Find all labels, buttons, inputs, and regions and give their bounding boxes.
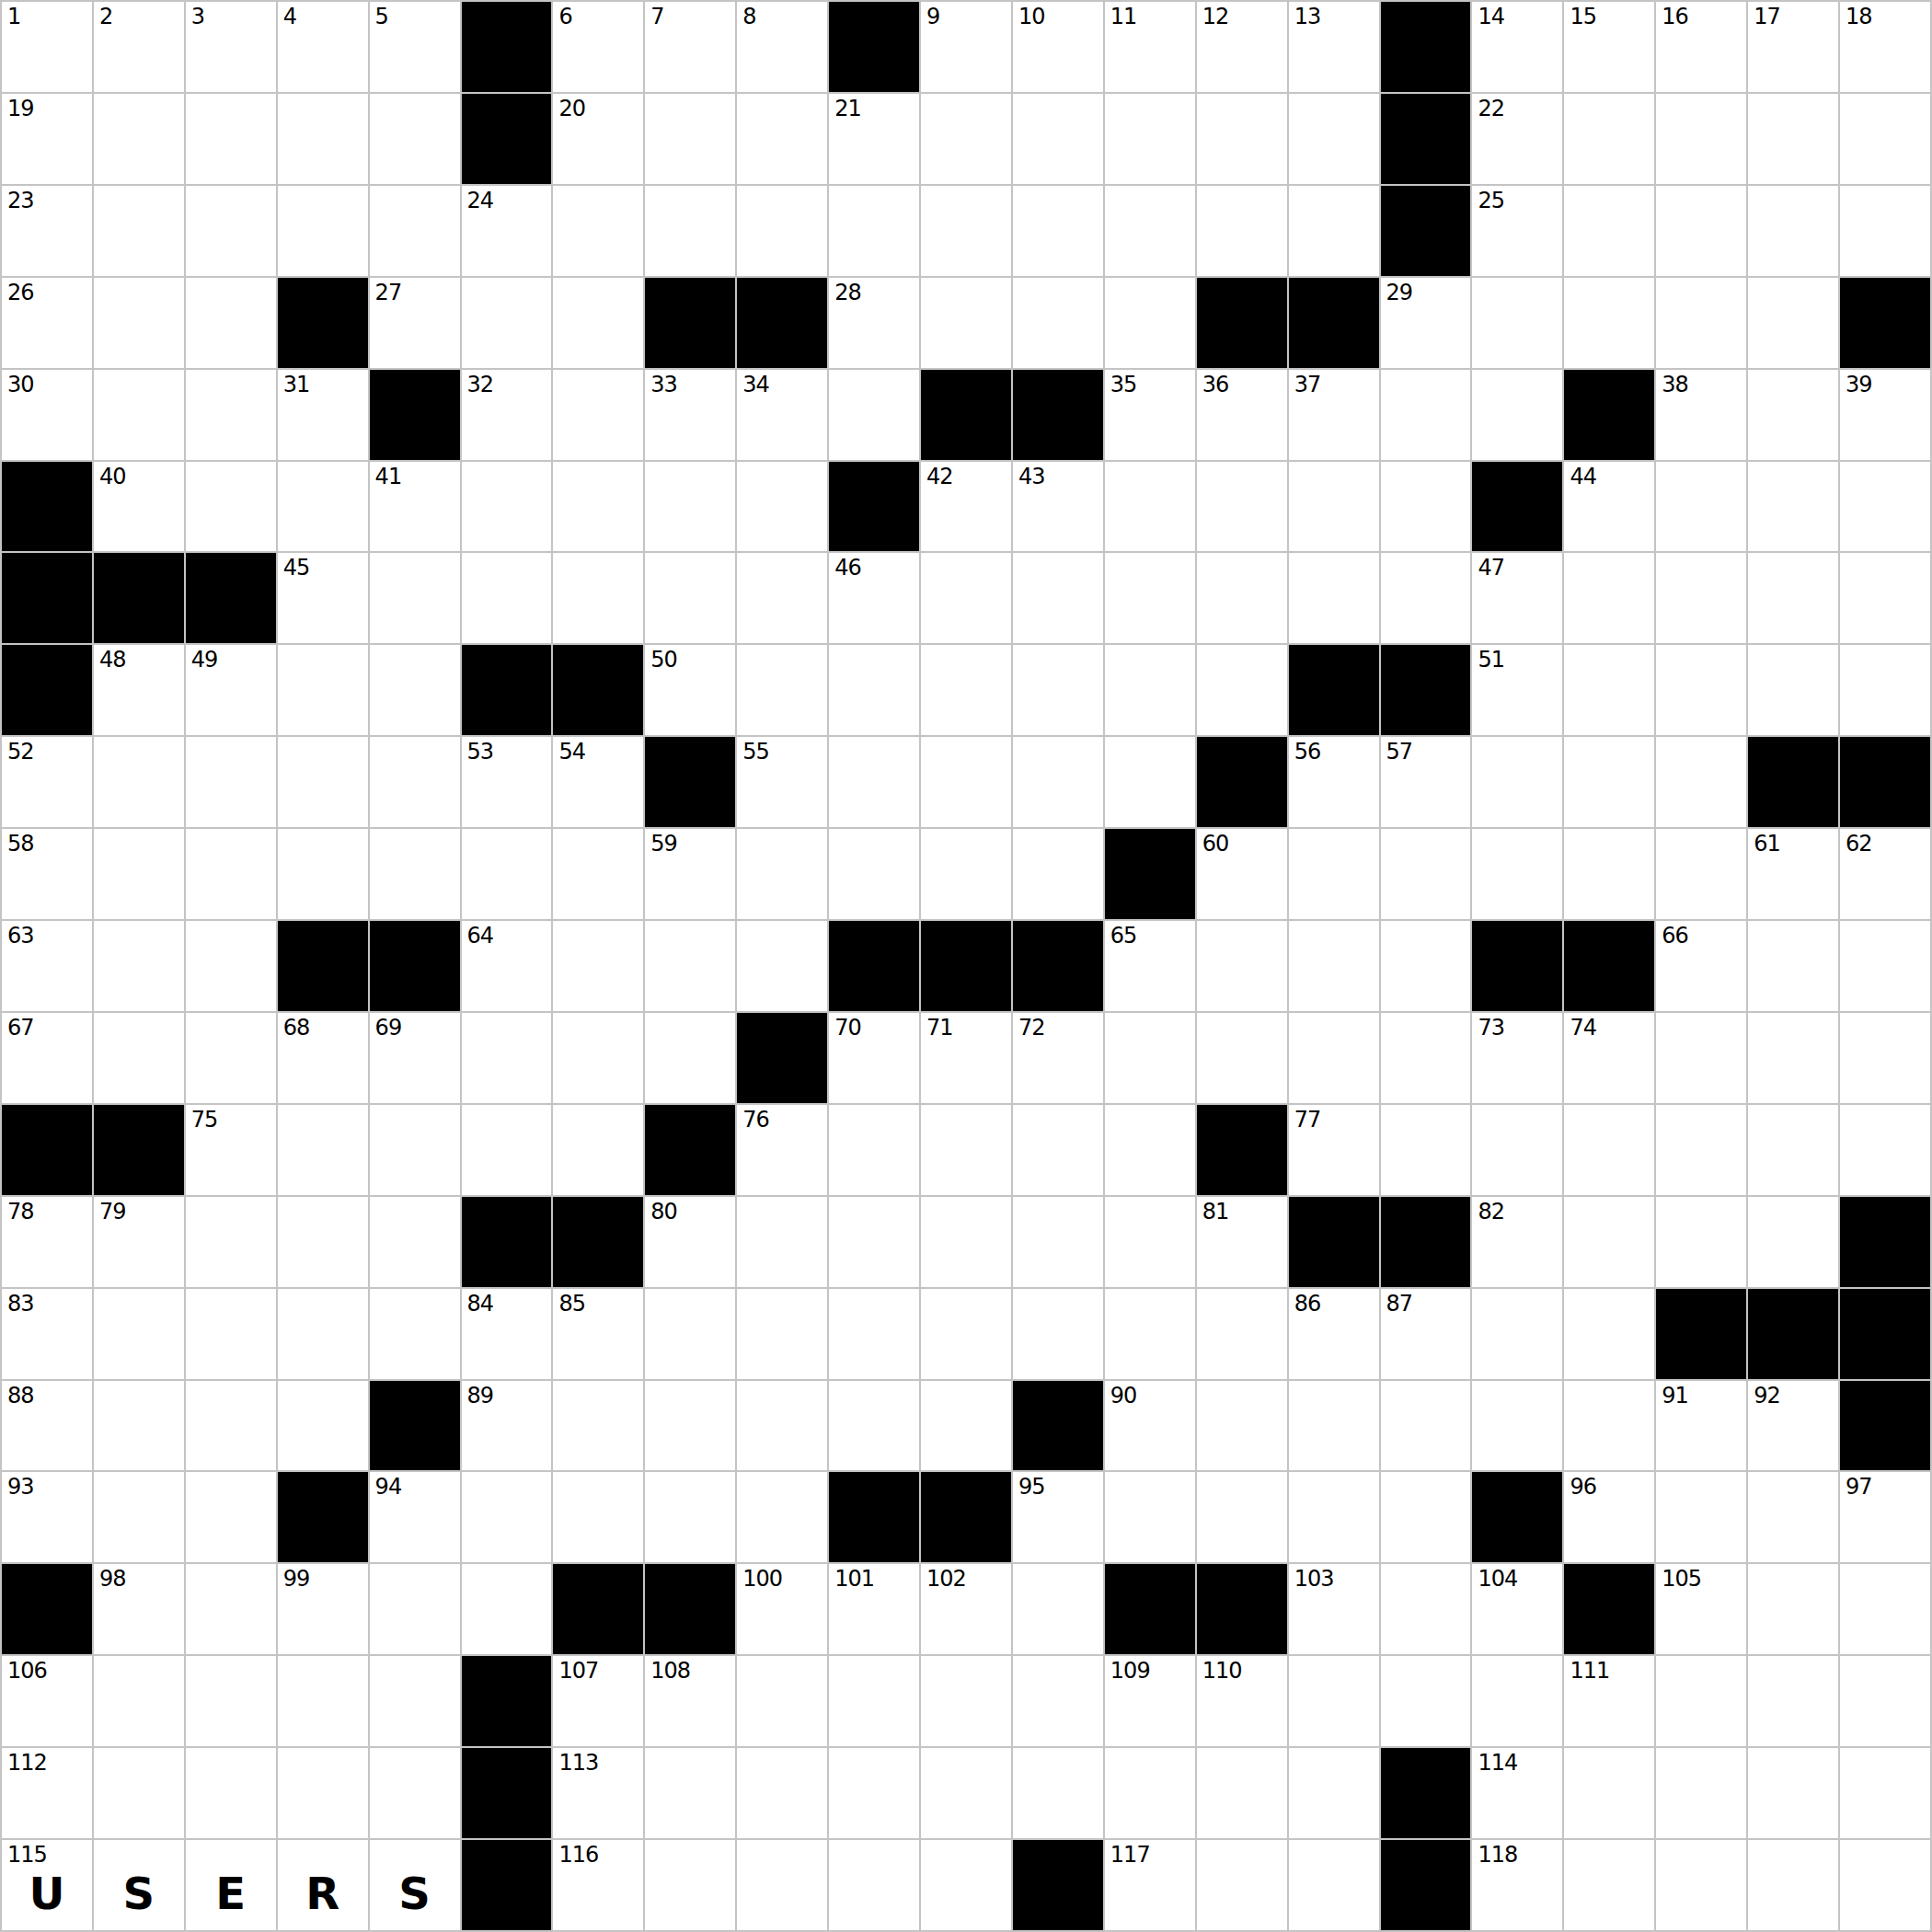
- white-cell[interactable]: E: [186, 1840, 276, 1930]
- white-cell[interactable]: 104: [1472, 1564, 1562, 1654]
- white-cell[interactable]: [1656, 1840, 1746, 1930]
- white-cell[interactable]: 2: [94, 2, 184, 92]
- white-cell[interactable]: [1656, 737, 1746, 827]
- white-cell[interactable]: 90: [1105, 1381, 1195, 1471]
- white-cell[interactable]: 14: [1472, 2, 1562, 92]
- white-cell[interactable]: [829, 1197, 919, 1287]
- white-cell[interactable]: 57: [1381, 737, 1471, 827]
- white-cell[interactable]: 49: [186, 645, 276, 735]
- white-cell[interactable]: [186, 1013, 276, 1103]
- white-cell[interactable]: 72: [1013, 1013, 1103, 1103]
- white-cell[interactable]: 69: [370, 1013, 460, 1103]
- white-cell[interactable]: [1656, 278, 1746, 368]
- white-cell[interactable]: 113: [553, 1748, 643, 1838]
- white-cell[interactable]: 85: [553, 1289, 643, 1379]
- white-cell[interactable]: [370, 553, 460, 643]
- white-cell[interactable]: 37: [1289, 370, 1379, 460]
- white-cell[interactable]: [370, 1197, 460, 1287]
- white-cell[interactable]: 11: [1105, 2, 1195, 92]
- white-cell[interactable]: 19: [2, 94, 92, 184]
- white-cell[interactable]: [737, 829, 827, 919]
- white-cell[interactable]: [1105, 1748, 1195, 1838]
- white-cell[interactable]: 102: [921, 1564, 1011, 1654]
- white-cell[interactable]: [1656, 1748, 1746, 1838]
- white-cell[interactable]: S: [94, 1840, 184, 1930]
- white-cell[interactable]: [737, 553, 827, 643]
- white-cell[interactable]: 77: [1289, 1105, 1379, 1195]
- white-cell[interactable]: [1013, 1564, 1103, 1654]
- white-cell[interactable]: [921, 1748, 1011, 1838]
- white-cell[interactable]: [1013, 1289, 1103, 1379]
- white-cell[interactable]: [186, 1748, 276, 1838]
- white-cell[interactable]: [94, 1381, 184, 1471]
- white-cell[interactable]: [737, 1656, 827, 1746]
- white-cell[interactable]: [921, 737, 1011, 827]
- white-cell[interactable]: [1381, 1656, 1471, 1746]
- white-cell[interactable]: 13: [1289, 2, 1379, 92]
- white-cell[interactable]: [1656, 94, 1746, 184]
- white-cell[interactable]: 44: [1564, 462, 1654, 552]
- white-cell[interactable]: [553, 1381, 643, 1471]
- white-cell[interactable]: [1656, 1472, 1746, 1562]
- white-cell[interactable]: 67: [2, 1013, 92, 1103]
- white-cell[interactable]: [370, 737, 460, 827]
- white-cell[interactable]: [645, 186, 735, 276]
- white-cell[interactable]: 16: [1656, 2, 1746, 92]
- white-cell[interactable]: [1381, 921, 1471, 1011]
- white-cell[interactable]: [1197, 645, 1287, 735]
- white-cell[interactable]: [186, 921, 276, 1011]
- white-cell[interactable]: [1840, 186, 1930, 276]
- white-cell[interactable]: [1013, 186, 1103, 276]
- white-cell[interactable]: 105: [1656, 1564, 1746, 1654]
- white-cell[interactable]: [186, 186, 276, 276]
- white-cell[interactable]: 24: [462, 186, 552, 276]
- white-cell[interactable]: [1289, 1381, 1379, 1471]
- white-cell[interactable]: [829, 1289, 919, 1379]
- white-cell[interactable]: [1289, 553, 1379, 643]
- white-cell[interactable]: [1564, 737, 1654, 827]
- white-cell[interactable]: 70: [829, 1013, 919, 1103]
- white-cell[interactable]: [94, 1472, 184, 1562]
- white-cell[interactable]: [1197, 1840, 1287, 1930]
- white-cell[interactable]: [1381, 1564, 1471, 1654]
- white-cell[interactable]: 40: [94, 462, 184, 552]
- white-cell[interactable]: [921, 553, 1011, 643]
- white-cell[interactable]: R: [278, 1840, 368, 1930]
- white-cell[interactable]: [829, 186, 919, 276]
- white-cell[interactable]: [94, 278, 184, 368]
- white-cell[interactable]: [1289, 1840, 1379, 1930]
- white-cell[interactable]: [1381, 462, 1471, 552]
- white-cell[interactable]: [94, 1289, 184, 1379]
- white-cell[interactable]: [94, 737, 184, 827]
- white-cell[interactable]: [1748, 94, 1838, 184]
- white-cell[interactable]: [1381, 370, 1471, 460]
- white-cell[interactable]: 48: [94, 645, 184, 735]
- white-cell[interactable]: 87: [1381, 1289, 1471, 1379]
- white-cell[interactable]: [737, 645, 827, 735]
- white-cell[interactable]: [645, 1840, 735, 1930]
- white-cell[interactable]: [829, 1840, 919, 1930]
- white-cell[interactable]: 21: [829, 94, 919, 184]
- white-cell[interactable]: 12: [1197, 2, 1287, 92]
- white-cell[interactable]: [829, 829, 919, 919]
- white-cell[interactable]: 42: [921, 462, 1011, 552]
- white-cell[interactable]: 97: [1840, 1472, 1930, 1562]
- white-cell[interactable]: [370, 186, 460, 276]
- white-cell[interactable]: [1197, 462, 1287, 552]
- white-cell[interactable]: [553, 921, 643, 1011]
- white-cell[interactable]: [921, 1197, 1011, 1287]
- white-cell[interactable]: [645, 1289, 735, 1379]
- white-cell[interactable]: [278, 829, 368, 919]
- white-cell[interactable]: [1840, 462, 1930, 552]
- white-cell[interactable]: 88: [2, 1381, 92, 1471]
- white-cell[interactable]: 45: [278, 553, 368, 643]
- white-cell[interactable]: [1656, 1656, 1746, 1746]
- white-cell[interactable]: [1564, 1840, 1654, 1930]
- white-cell[interactable]: [737, 1197, 827, 1287]
- white-cell[interactable]: 32: [462, 370, 552, 460]
- white-cell[interactable]: [94, 921, 184, 1011]
- white-cell[interactable]: 64: [462, 921, 552, 1011]
- white-cell[interactable]: [1197, 1381, 1287, 1471]
- white-cell[interactable]: [921, 278, 1011, 368]
- white-cell[interactable]: [1105, 1013, 1195, 1103]
- white-cell[interactable]: [1748, 553, 1838, 643]
- white-cell[interactable]: [1197, 553, 1287, 643]
- white-cell[interactable]: [829, 1656, 919, 1746]
- white-cell[interactable]: [829, 370, 919, 460]
- white-cell[interactable]: 112: [2, 1748, 92, 1838]
- white-cell[interactable]: 82: [1472, 1197, 1562, 1287]
- white-cell[interactable]: [553, 553, 643, 643]
- white-cell[interactable]: [462, 1105, 552, 1195]
- white-cell[interactable]: [1197, 921, 1287, 1011]
- white-cell[interactable]: [94, 186, 184, 276]
- white-cell[interactable]: [1472, 737, 1562, 827]
- white-cell[interactable]: [278, 645, 368, 735]
- white-cell[interactable]: [1105, 1105, 1195, 1195]
- white-cell[interactable]: [94, 370, 184, 460]
- white-cell[interactable]: 73: [1472, 1013, 1562, 1103]
- white-cell[interactable]: [737, 1472, 827, 1562]
- white-cell[interactable]: 115U: [2, 1840, 92, 1930]
- white-cell[interactable]: [737, 94, 827, 184]
- white-cell[interactable]: [1289, 829, 1379, 919]
- white-cell[interactable]: 109: [1105, 1656, 1195, 1746]
- white-cell[interactable]: [1564, 186, 1654, 276]
- white-cell[interactable]: [94, 1656, 184, 1746]
- white-cell[interactable]: 93: [2, 1472, 92, 1562]
- white-cell[interactable]: 106: [2, 1656, 92, 1746]
- white-cell[interactable]: [1564, 1748, 1654, 1838]
- white-cell[interactable]: 20: [553, 94, 643, 184]
- white-cell[interactable]: [1472, 1656, 1562, 1746]
- white-cell[interactable]: [1564, 1289, 1654, 1379]
- white-cell[interactable]: [1105, 94, 1195, 184]
- white-cell[interactable]: 27: [370, 278, 460, 368]
- white-cell[interactable]: [1105, 1197, 1195, 1287]
- white-cell[interactable]: [1748, 1472, 1838, 1562]
- white-cell[interactable]: [1748, 1197, 1838, 1287]
- white-cell[interactable]: 56: [1289, 737, 1379, 827]
- white-cell[interactable]: [1656, 186, 1746, 276]
- white-cell[interactable]: [921, 1656, 1011, 1746]
- white-cell[interactable]: [553, 1105, 643, 1195]
- white-cell[interactable]: 83: [2, 1289, 92, 1379]
- white-cell[interactable]: [1840, 94, 1930, 184]
- white-cell[interactable]: [186, 462, 276, 552]
- white-cell[interactable]: [462, 1564, 552, 1654]
- white-cell[interactable]: 75: [186, 1105, 276, 1195]
- white-cell[interactable]: [737, 1289, 827, 1379]
- white-cell[interactable]: 71: [921, 1013, 1011, 1103]
- white-cell[interactable]: [1564, 1381, 1654, 1471]
- white-cell[interactable]: [278, 1381, 368, 1471]
- white-cell[interactable]: [645, 1748, 735, 1838]
- white-cell[interactable]: 3: [186, 2, 276, 92]
- white-cell[interactable]: [829, 1748, 919, 1838]
- white-cell[interactable]: [829, 737, 919, 827]
- white-cell[interactable]: [829, 1381, 919, 1471]
- white-cell[interactable]: [737, 462, 827, 552]
- white-cell[interactable]: [278, 1105, 368, 1195]
- white-cell[interactable]: [278, 1656, 368, 1746]
- white-cell[interactable]: [921, 1289, 1011, 1379]
- white-cell[interactable]: [1381, 1381, 1471, 1471]
- white-cell[interactable]: 5: [370, 2, 460, 92]
- white-cell[interactable]: 38: [1656, 370, 1746, 460]
- white-cell[interactable]: [921, 1105, 1011, 1195]
- white-cell[interactable]: [1105, 1289, 1195, 1379]
- white-cell[interactable]: 34: [737, 370, 827, 460]
- white-cell[interactable]: [1472, 1289, 1562, 1379]
- white-cell[interactable]: [1840, 1564, 1930, 1654]
- white-cell[interactable]: [1289, 1748, 1379, 1838]
- white-cell[interactable]: [186, 1381, 276, 1471]
- white-cell[interactable]: [278, 1748, 368, 1838]
- white-cell[interactable]: [278, 1289, 368, 1379]
- white-cell[interactable]: 6: [553, 2, 643, 92]
- white-cell[interactable]: [1564, 645, 1654, 735]
- white-cell[interactable]: 107: [553, 1656, 643, 1746]
- white-cell[interactable]: [921, 1381, 1011, 1471]
- white-cell[interactable]: [1748, 645, 1838, 735]
- white-cell[interactable]: [1105, 645, 1195, 735]
- white-cell[interactable]: [1289, 94, 1379, 184]
- white-cell[interactable]: 22: [1472, 94, 1562, 184]
- white-cell[interactable]: 91: [1656, 1381, 1746, 1471]
- white-cell[interactable]: 94: [370, 1472, 460, 1562]
- white-cell[interactable]: 28: [829, 278, 919, 368]
- white-cell[interactable]: [645, 1013, 735, 1103]
- white-cell[interactable]: [1748, 462, 1838, 552]
- white-cell[interactable]: 23: [2, 186, 92, 276]
- white-cell[interactable]: [1748, 278, 1838, 368]
- white-cell[interactable]: [1013, 1656, 1103, 1746]
- white-cell[interactable]: 98: [94, 1564, 184, 1654]
- white-cell[interactable]: [1105, 186, 1195, 276]
- white-cell[interactable]: S: [370, 1840, 460, 1930]
- white-cell[interactable]: 66: [1656, 921, 1746, 1011]
- white-cell[interactable]: [1197, 1289, 1287, 1379]
- white-cell[interactable]: [1013, 278, 1103, 368]
- white-cell[interactable]: [1840, 921, 1930, 1011]
- white-cell[interactable]: [186, 737, 276, 827]
- white-cell[interactable]: [370, 1656, 460, 1746]
- white-cell[interactable]: 81: [1197, 1197, 1287, 1287]
- white-cell[interactable]: [186, 1472, 276, 1562]
- white-cell[interactable]: 99: [278, 1564, 368, 1654]
- white-cell[interactable]: [1840, 1840, 1930, 1930]
- white-cell[interactable]: [1197, 1013, 1287, 1103]
- white-cell[interactable]: [1105, 278, 1195, 368]
- white-cell[interactable]: [1656, 645, 1746, 735]
- white-cell[interactable]: [1656, 462, 1746, 552]
- white-cell[interactable]: [278, 186, 368, 276]
- white-cell[interactable]: [370, 829, 460, 919]
- white-cell[interactable]: [186, 829, 276, 919]
- white-cell[interactable]: [645, 553, 735, 643]
- white-cell[interactable]: 80: [645, 1197, 735, 1287]
- white-cell[interactable]: [1289, 1013, 1379, 1103]
- white-cell[interactable]: [1564, 1105, 1654, 1195]
- white-cell[interactable]: [1381, 829, 1471, 919]
- white-cell[interactable]: [1748, 1840, 1838, 1930]
- white-cell[interactable]: [1013, 94, 1103, 184]
- white-cell[interactable]: 92: [1748, 1381, 1838, 1471]
- white-cell[interactable]: [1748, 186, 1838, 276]
- white-cell[interactable]: [1289, 462, 1379, 552]
- white-cell[interactable]: 10: [1013, 2, 1103, 92]
- white-cell[interactable]: 53: [462, 737, 552, 827]
- white-cell[interactable]: [94, 1013, 184, 1103]
- white-cell[interactable]: [1381, 1105, 1471, 1195]
- white-cell[interactable]: [462, 278, 552, 368]
- white-cell[interactable]: [186, 1197, 276, 1287]
- white-cell[interactable]: [645, 94, 735, 184]
- white-cell[interactable]: 74: [1564, 1013, 1654, 1103]
- white-cell[interactable]: 110: [1197, 1656, 1287, 1746]
- white-cell[interactable]: 18: [1840, 2, 1930, 92]
- white-cell[interactable]: [921, 645, 1011, 735]
- white-cell[interactable]: 60: [1197, 829, 1287, 919]
- white-cell[interactable]: 114: [1472, 1748, 1562, 1838]
- white-cell[interactable]: 1: [2, 2, 92, 92]
- white-cell[interactable]: [921, 829, 1011, 919]
- white-cell[interactable]: [1197, 1748, 1287, 1838]
- white-cell[interactable]: [737, 1748, 827, 1838]
- white-cell[interactable]: [737, 1381, 827, 1471]
- white-cell[interactable]: 43: [1013, 462, 1103, 552]
- white-cell[interactable]: [737, 921, 827, 1011]
- white-cell[interactable]: 54: [553, 737, 643, 827]
- white-cell[interactable]: 78: [2, 1197, 92, 1287]
- white-cell[interactable]: [1564, 829, 1654, 919]
- white-cell[interactable]: [1472, 370, 1562, 460]
- white-cell[interactable]: [1840, 1013, 1930, 1103]
- white-cell[interactable]: [1472, 829, 1562, 919]
- white-cell[interactable]: [1289, 1656, 1379, 1746]
- white-cell[interactable]: [94, 94, 184, 184]
- white-cell[interactable]: [1840, 1105, 1930, 1195]
- white-cell[interactable]: [370, 1564, 460, 1654]
- white-cell[interactable]: [186, 370, 276, 460]
- white-cell[interactable]: [553, 1013, 643, 1103]
- white-cell[interactable]: 51: [1472, 645, 1562, 735]
- white-cell[interactable]: [1105, 553, 1195, 643]
- white-cell[interactable]: [370, 645, 460, 735]
- white-cell[interactable]: 30: [2, 370, 92, 460]
- white-cell[interactable]: [370, 1105, 460, 1195]
- white-cell[interactable]: [462, 1013, 552, 1103]
- white-cell[interactable]: [737, 186, 827, 276]
- white-cell[interactable]: 65: [1105, 921, 1195, 1011]
- white-cell[interactable]: [1197, 186, 1287, 276]
- white-cell[interactable]: [1748, 921, 1838, 1011]
- white-cell[interactable]: [370, 1289, 460, 1379]
- white-cell[interactable]: 103: [1289, 1564, 1379, 1654]
- white-cell[interactable]: 118: [1472, 1840, 1562, 1930]
- white-cell[interactable]: 61: [1748, 829, 1838, 919]
- white-cell[interactable]: 4: [278, 2, 368, 92]
- white-cell[interactable]: [829, 645, 919, 735]
- white-cell[interactable]: [645, 462, 735, 552]
- white-cell[interactable]: [645, 1472, 735, 1562]
- white-cell[interactable]: 8: [737, 2, 827, 92]
- white-cell[interactable]: [1840, 1748, 1930, 1838]
- white-cell[interactable]: [921, 186, 1011, 276]
- white-cell[interactable]: [1013, 1105, 1103, 1195]
- white-cell[interactable]: 62: [1840, 829, 1930, 919]
- white-cell[interactable]: [1748, 370, 1838, 460]
- white-cell[interactable]: [1656, 1105, 1746, 1195]
- white-cell[interactable]: [1105, 1472, 1195, 1562]
- white-cell[interactable]: 35: [1105, 370, 1195, 460]
- white-cell[interactable]: [1564, 553, 1654, 643]
- white-cell[interactable]: 95: [1013, 1472, 1103, 1562]
- white-cell[interactable]: [1564, 94, 1654, 184]
- white-cell[interactable]: 9: [921, 2, 1011, 92]
- white-cell[interactable]: [1289, 186, 1379, 276]
- white-cell[interactable]: [1105, 462, 1195, 552]
- white-cell[interactable]: [278, 94, 368, 184]
- white-cell[interactable]: [1748, 1013, 1838, 1103]
- white-cell[interactable]: [921, 94, 1011, 184]
- white-cell[interactable]: 25: [1472, 186, 1562, 276]
- white-cell[interactable]: [645, 921, 735, 1011]
- white-cell[interactable]: [553, 370, 643, 460]
- white-cell[interactable]: 41: [370, 462, 460, 552]
- white-cell[interactable]: 117: [1105, 1840, 1195, 1930]
- white-cell[interactable]: [186, 1656, 276, 1746]
- white-cell[interactable]: [1472, 1381, 1562, 1471]
- white-cell[interactable]: 101: [829, 1564, 919, 1654]
- white-cell[interactable]: [1013, 829, 1103, 919]
- white-cell[interactable]: [370, 1748, 460, 1838]
- white-cell[interactable]: [1656, 553, 1746, 643]
- white-cell[interactable]: [1197, 94, 1287, 184]
- white-cell[interactable]: [186, 94, 276, 184]
- white-cell[interactable]: [1656, 1013, 1746, 1103]
- white-cell[interactable]: [186, 1289, 276, 1379]
- white-cell[interactable]: [1840, 1656, 1930, 1746]
- white-cell[interactable]: [278, 462, 368, 552]
- white-cell[interactable]: 76: [737, 1105, 827, 1195]
- white-cell[interactable]: [553, 278, 643, 368]
